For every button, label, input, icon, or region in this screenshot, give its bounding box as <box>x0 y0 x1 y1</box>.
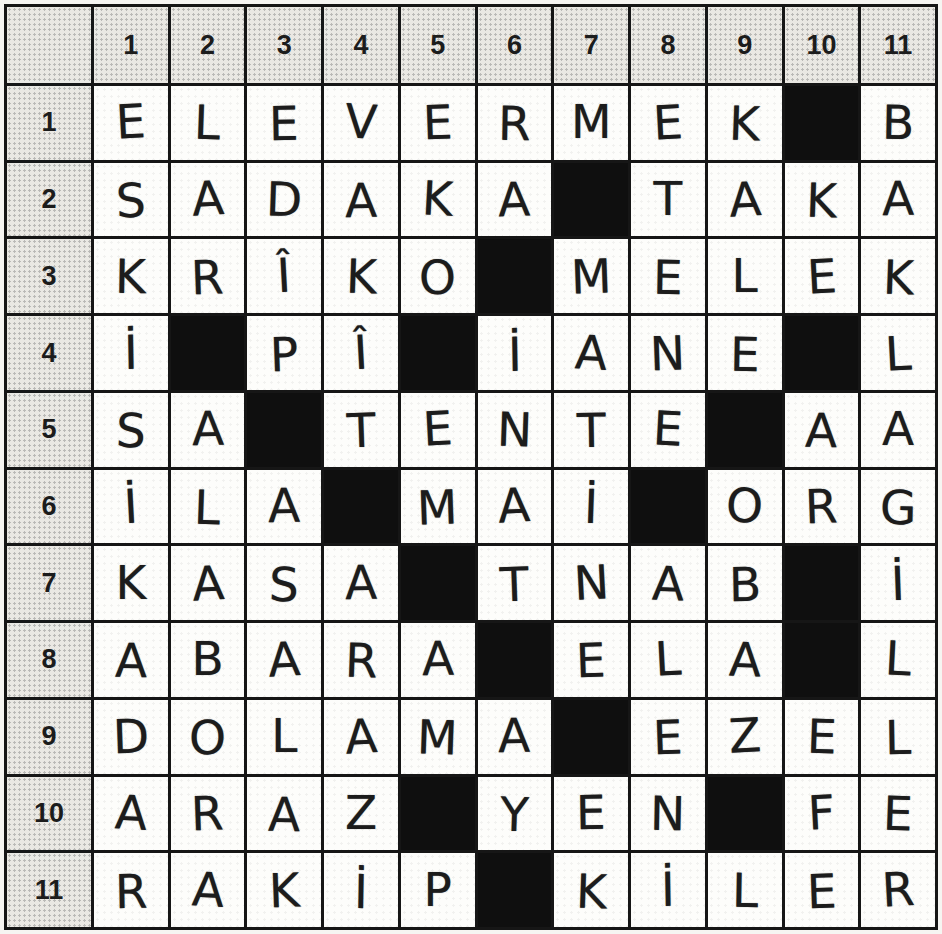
grid-cell[interactable]: S <box>94 163 168 237</box>
col-header: 11 <box>861 7 935 83</box>
row-header: 6 <box>7 470 91 544</box>
cell-letter: İ <box>890 559 906 606</box>
grid-cell[interactable]: R <box>785 470 859 544</box>
grid-cell[interactable]: İ <box>631 853 705 927</box>
grid-cell[interactable]: E <box>785 239 859 313</box>
grid-cell[interactable]: N <box>631 777 705 851</box>
grid-cell[interactable]: O <box>708 470 782 544</box>
cell-letter: O <box>725 481 764 530</box>
grid-cell[interactable]: E <box>554 623 628 697</box>
grid-cell[interactable]: A <box>478 163 552 237</box>
black-cell <box>554 163 628 237</box>
cell-letter: G <box>879 484 916 532</box>
cell-letter: Z <box>345 789 377 836</box>
grid-cell[interactable]: P <box>401 853 475 927</box>
cell-letter: A <box>498 712 531 760</box>
cell-letter: R <box>190 789 224 837</box>
black-cell <box>401 316 475 390</box>
grid-cell[interactable]: İ <box>94 316 168 390</box>
grid-cell[interactable]: E <box>247 86 321 160</box>
grid-cell[interactable]: L <box>631 623 705 697</box>
col-header: 4 <box>324 7 398 83</box>
cell-letter: B <box>191 635 223 682</box>
cell-letter: R <box>114 867 147 915</box>
grid-cell[interactable]: A <box>94 777 168 851</box>
cell-letter: A <box>882 405 914 452</box>
col-header: 10 <box>785 7 859 83</box>
cell-letter: L <box>731 866 758 913</box>
grid-cell[interactable]: K <box>785 163 859 237</box>
cell-letter: A <box>651 559 685 607</box>
cell-letter: A <box>114 637 147 685</box>
grid-cell[interactable]: A <box>861 163 935 237</box>
grid-cell[interactable]: T <box>554 393 628 467</box>
cell-letter: P <box>269 330 299 378</box>
cell-letter: E <box>882 789 913 837</box>
cell-letter: O <box>189 714 227 762</box>
cell-letter: R <box>804 482 838 530</box>
grid-cell[interactable]: E <box>554 777 628 851</box>
grid-cell[interactable]: V <box>324 86 398 160</box>
col-header: 5 <box>401 7 475 83</box>
grid-cell[interactable]: K <box>247 853 321 927</box>
cell-letter: K <box>115 559 146 606</box>
grid-cell[interactable]: A <box>478 700 552 774</box>
cell-letter: K <box>575 867 607 915</box>
grid-cell[interactable]: L <box>861 623 935 697</box>
col-header: 3 <box>247 7 321 83</box>
cell-letter: A <box>497 481 532 530</box>
row-header: 8 <box>7 623 91 697</box>
grid-cell[interactable]: A <box>324 546 398 620</box>
black-cell <box>478 623 552 697</box>
cell-letter: İ <box>583 483 599 530</box>
black-cell <box>401 546 475 620</box>
cell-letter: N <box>650 790 686 838</box>
cell-letter: O <box>419 253 457 301</box>
col-header: 8 <box>631 7 705 83</box>
cell-letter: R <box>498 100 531 148</box>
cell-letter: M <box>571 98 612 145</box>
cell-letter: M <box>570 252 612 300</box>
grid-cell[interactable]: A <box>171 546 245 620</box>
grid-cell[interactable]: İ <box>478 316 552 390</box>
grid-cell[interactable]: K <box>861 239 935 313</box>
cell-letter: Z <box>727 711 762 760</box>
grid-cell[interactable]: A <box>708 623 782 697</box>
grid-cell[interactable]: T <box>631 163 705 237</box>
grid-cell[interactable]: R <box>324 623 398 697</box>
col-header: 1 <box>94 7 168 83</box>
cell-letter: T <box>654 175 683 222</box>
cell-letter: L <box>884 329 913 377</box>
grid-cell[interactable]: İ <box>94 470 168 544</box>
cell-letter: B <box>728 560 761 608</box>
cell-letter: K <box>115 253 147 301</box>
cell-letter: E <box>576 637 607 685</box>
grid-cell[interactable]: A <box>708 163 782 237</box>
cell-letter: A <box>268 482 301 530</box>
cell-letter: İ <box>354 868 369 915</box>
cell-letter: B <box>882 99 915 147</box>
cell-letter: A <box>727 175 762 224</box>
cell-letter: L <box>194 484 222 532</box>
grid-cell[interactable]: E <box>785 853 859 927</box>
grid-cell[interactable]: A <box>171 393 245 467</box>
row-header: 2 <box>7 163 91 237</box>
cell-letter: E <box>576 789 607 837</box>
crossword-board: 12345678910111ELEVERMEKB2SADAKATAKA3KRÎK… <box>4 4 938 930</box>
grid-cell[interactable]: E <box>631 700 705 774</box>
grid-cell[interactable]: R <box>171 777 245 851</box>
grid-cell[interactable]: A <box>171 163 245 237</box>
cell-letter: L <box>732 252 758 299</box>
cell-letter: İ <box>123 483 139 531</box>
cell-letter: A <box>344 712 379 761</box>
grid-cell[interactable]: E <box>708 316 782 390</box>
cell-letter: P <box>424 866 452 913</box>
grid-cell[interactable]: O <box>401 239 475 313</box>
grid-cell[interactable]: T <box>478 546 552 620</box>
grid-cell[interactable]: K <box>94 239 168 313</box>
black-cell <box>554 700 628 774</box>
black-cell <box>631 470 705 544</box>
grid-cell[interactable]: B <box>171 623 245 697</box>
row-header: 7 <box>7 546 91 620</box>
black-cell <box>324 470 398 544</box>
black-cell <box>785 86 859 160</box>
cell-letter: E <box>269 100 300 148</box>
cell-letter: K <box>882 253 914 301</box>
grid-cell[interactable]: L <box>708 853 782 927</box>
cell-letter: E <box>806 713 837 761</box>
cell-letter: R <box>881 865 916 914</box>
cell-letter: Î <box>276 251 292 299</box>
grid-cell[interactable]: K <box>94 546 168 620</box>
grid-cell[interactable]: L <box>861 700 935 774</box>
cell-letter: E <box>805 252 837 300</box>
grid-cell[interactable]: N <box>478 393 552 467</box>
grid-cell[interactable]: M <box>401 700 475 774</box>
cell-letter: S <box>115 407 146 455</box>
grid-cell[interactable]: Î <box>324 316 398 390</box>
grid-cell[interactable]: Z <box>708 700 782 774</box>
cell-letter: S <box>115 177 146 225</box>
cell-letter: A <box>498 176 532 224</box>
cell-letter: T <box>499 560 529 608</box>
cell-letter: A <box>728 636 762 684</box>
black-cell <box>478 239 552 313</box>
corner-cell <box>7 7 91 83</box>
cell-letter: L <box>271 712 297 759</box>
cell-letter: E <box>422 405 454 453</box>
grid-cell[interactable]: L <box>247 700 321 774</box>
cell-letter: E <box>806 867 837 915</box>
black-cell <box>478 853 552 927</box>
grid-cell[interactable]: E <box>785 700 859 774</box>
cell-letter: Î <box>353 328 369 376</box>
grid-cell[interactable]: E <box>401 393 475 467</box>
grid-cell[interactable]: O <box>171 700 245 774</box>
grid-cell[interactable]: D <box>94 700 168 774</box>
grid-cell[interactable]: E <box>631 393 705 467</box>
grid-cell[interactable]: R <box>478 86 552 160</box>
cell-letter: F <box>807 788 836 836</box>
cell-letter: T <box>346 407 376 455</box>
col-header: 2 <box>171 7 245 83</box>
grid-cell[interactable]: Y <box>478 777 552 851</box>
cell-letter: E <box>652 714 683 762</box>
grid-cell[interactable]: L <box>171 470 245 544</box>
grid-cell[interactable]: N <box>631 316 705 390</box>
cell-letter: R <box>190 253 224 301</box>
cell-letter: E <box>652 99 684 147</box>
grid-cell[interactable]: A <box>631 546 705 620</box>
black-cell <box>401 777 475 851</box>
grid-cell[interactable]: A <box>94 623 168 697</box>
cell-letter: K <box>728 100 760 148</box>
grid-cell[interactable]: A <box>171 853 245 927</box>
grid-cell[interactable]: L <box>708 239 782 313</box>
cell-letter: E <box>115 98 147 146</box>
cell-letter: L <box>194 99 222 147</box>
cell-letter: A <box>190 174 225 223</box>
grid-cell[interactable]: N <box>554 546 628 620</box>
grid-cell[interactable]: K <box>324 239 398 313</box>
cell-letter: İ <box>123 328 138 375</box>
grid-cell[interactable]: A <box>247 777 321 851</box>
grid-cell[interactable]: F <box>785 777 859 851</box>
cell-letter: T <box>576 407 606 454</box>
row-header: 11 <box>7 853 91 927</box>
cell-letter: A <box>191 405 224 453</box>
cell-letter: İ <box>507 330 522 377</box>
grid-cell[interactable]: S <box>247 546 321 620</box>
grid-cell[interactable]: A <box>247 470 321 544</box>
cell-letter: R <box>344 637 378 685</box>
black-cell <box>708 393 782 467</box>
grid-cell[interactable]: A <box>247 623 321 697</box>
cell-letter: S <box>269 560 300 608</box>
grid-cell[interactable]: T <box>324 393 398 467</box>
cell-letter: D <box>265 175 303 223</box>
cell-letter: N <box>496 406 533 454</box>
black-cell <box>785 316 859 390</box>
cell-letter: Y <box>499 790 529 838</box>
grid-cell[interactable]: A <box>785 393 859 467</box>
grid-cell[interactable]: R <box>861 853 935 927</box>
grid-cell[interactable]: E <box>94 86 168 160</box>
grid-cell[interactable]: A <box>324 700 398 774</box>
cell-letter: A <box>574 328 609 377</box>
black-cell <box>171 316 245 390</box>
grid-cell[interactable]: İ <box>861 546 935 620</box>
cell-letter: A <box>421 635 454 683</box>
cell-letter: A <box>190 865 225 914</box>
grid-cell[interactable]: B <box>708 546 782 620</box>
cell-letter: L <box>884 635 913 683</box>
cell-letter: L <box>885 714 912 761</box>
cell-letter: M <box>417 713 459 761</box>
grid-cell[interactable]: K <box>401 163 475 237</box>
cell-letter: A <box>345 177 378 225</box>
cell-letter: N <box>650 329 687 377</box>
grid-cell[interactable]: E <box>861 777 935 851</box>
row-header: 9 <box>7 700 91 774</box>
cell-letter: A <box>882 175 915 223</box>
cell-letter: M <box>417 483 459 531</box>
grid-cell[interactable]: R <box>94 853 168 927</box>
row-header: 3 <box>7 239 91 313</box>
cell-letter: L <box>654 635 683 683</box>
grid-cell[interactable]: A <box>401 623 475 697</box>
grid-cell[interactable]: K <box>708 86 782 160</box>
row-header: 5 <box>7 393 91 467</box>
grid-cell[interactable]: L <box>861 316 935 390</box>
cell-letter: E <box>729 330 760 378</box>
cell-letter: A <box>268 791 301 839</box>
grid-cell[interactable]: İ <box>554 470 628 544</box>
grid-cell[interactable]: A <box>861 393 935 467</box>
grid-cell[interactable]: A <box>554 316 628 390</box>
grid-cell[interactable]: A <box>478 470 552 544</box>
cell-letter: V <box>344 98 379 147</box>
black-cell <box>247 393 321 467</box>
grid-cell[interactable]: İ <box>324 853 398 927</box>
black-cell <box>785 623 859 697</box>
black-cell <box>708 777 782 851</box>
cell-letter: D <box>112 713 150 761</box>
row-header: 10 <box>7 777 91 851</box>
cell-letter: K <box>345 252 377 300</box>
grid-cell[interactable]: A <box>324 163 398 237</box>
cell-letter: A <box>345 558 378 606</box>
cell-letter: E <box>653 254 684 302</box>
grid-cell[interactable]: M <box>554 86 628 160</box>
cell-letter: A <box>114 788 149 837</box>
col-header: 7 <box>554 7 628 83</box>
cell-letter: A <box>267 636 302 685</box>
grid-cell[interactable]: M <box>401 470 475 544</box>
row-header: 4 <box>7 316 91 390</box>
grid-cell[interactable]: B <box>861 86 935 160</box>
grid-cell[interactable]: E <box>631 86 705 160</box>
grid-cell[interactable]: R <box>171 239 245 313</box>
cell-letter: E <box>422 99 453 147</box>
grid-cell[interactable]: Z <box>324 777 398 851</box>
col-header: 9 <box>708 7 782 83</box>
cell-letter: A <box>190 559 225 608</box>
black-cell <box>785 546 859 620</box>
grid-cell[interactable]: K <box>554 853 628 927</box>
grid-cell[interactable]: D <box>247 163 321 237</box>
grid-cell[interactable]: P <box>247 316 321 390</box>
grid-cell[interactable]: Î <box>247 239 321 313</box>
cell-letter: K <box>421 174 454 223</box>
grid-cell[interactable]: G <box>861 470 935 544</box>
cell-letter: K <box>805 177 837 225</box>
grid-cell[interactable]: E <box>631 239 705 313</box>
cell-letter: E <box>652 405 684 453</box>
cell-letter: İ <box>661 866 676 913</box>
grid-cell[interactable]: S <box>94 393 168 467</box>
grid-cell[interactable]: E <box>401 86 475 160</box>
grid-cell[interactable]: L <box>171 86 245 160</box>
cell-letter: A <box>805 407 838 455</box>
row-header: 1 <box>7 86 91 160</box>
cell-letter: N <box>572 558 610 607</box>
cell-letter: K <box>268 866 300 914</box>
grid-cell[interactable]: M <box>554 239 628 313</box>
col-header: 6 <box>478 7 552 83</box>
